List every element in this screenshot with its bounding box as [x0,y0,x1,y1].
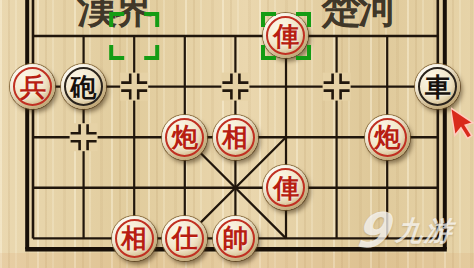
cursor-arrow-icon [451,105,474,147]
highlight-move-to [263,14,309,58]
xiangqi-board: 漢界 楚河 俥兵砲車炮相炮俥相仕帥 9 九游 [0,0,474,268]
highlight-move-from [111,14,157,58]
last-move-highlights [0,0,474,268]
